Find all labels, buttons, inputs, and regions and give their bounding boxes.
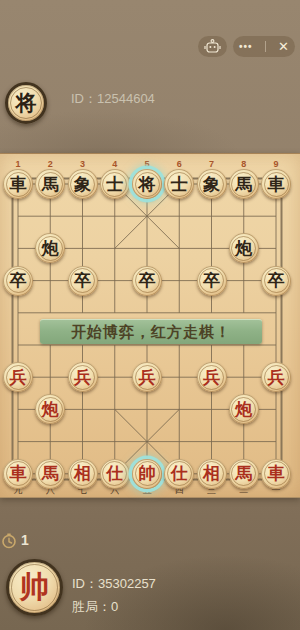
red-piece-相[interactable]: 相 (197, 459, 227, 489)
red-piece-炮[interactable]: 炮 (35, 394, 65, 424)
piece-character: 将 (139, 176, 156, 193)
piece-character: 士 (171, 176, 188, 193)
black-piece-卒[interactable]: 卒 (68, 266, 98, 296)
piece-character: 馬 (42, 176, 59, 193)
opponent-avatar-piece: 将 (16, 89, 37, 117)
piece-character: 卒 (10, 272, 27, 289)
piece-character: 炮 (235, 401, 252, 418)
piece-character: 馬 (235, 176, 252, 193)
piece-character: 馬 (42, 465, 59, 482)
piece-character: 象 (203, 176, 220, 193)
black-piece-卒[interactable]: 卒 (3, 266, 33, 296)
piece-character: 車 (268, 465, 285, 482)
opponent-avatar: 将 (5, 82, 47, 124)
piece-character: 兵 (268, 369, 285, 386)
red-piece-兵[interactable]: 兵 (132, 362, 162, 392)
piece-character: 車 (10, 465, 27, 482)
turn-banner: 开始博弈，红方走棋！ (40, 319, 262, 344)
timer-value: 1 (21, 532, 29, 548)
piece-character: 炮 (42, 240, 59, 257)
black-piece-卒[interactable]: 卒 (261, 266, 291, 296)
robot-button[interactable] (198, 36, 227, 57)
piece-character: 帥 (139, 465, 156, 482)
player-avatar-piece: 帅 (20, 567, 50, 608)
red-piece-兵[interactable]: 兵 (68, 362, 98, 392)
piece-character: 車 (10, 176, 27, 193)
piece-character: 卒 (203, 272, 220, 289)
black-piece-車[interactable]: 車 (3, 169, 33, 199)
capsule-menu: ••• ✕ (233, 36, 295, 57)
xiangqi-board[interactable]: 123456789 九八七六五四三二一 車馬象士将士象馬車炮炮卒卒卒卒卒兵兵兵兵… (0, 153, 300, 498)
piece-character: 馬 (235, 465, 252, 482)
piece-character: 相 (203, 465, 220, 482)
piece-character: 兵 (203, 369, 220, 386)
piece-character: 士 (106, 176, 123, 193)
red-piece-炮[interactable]: 炮 (229, 394, 259, 424)
red-piece-相[interactable]: 相 (68, 459, 98, 489)
piece-character: 卒 (268, 272, 285, 289)
red-piece-車[interactable]: 車 (261, 459, 291, 489)
black-piece-馬[interactable]: 馬 (229, 169, 259, 199)
piece-character: 炮 (42, 401, 59, 418)
piece-character: 兵 (139, 369, 156, 386)
piece-character: 卒 (139, 272, 156, 289)
black-piece-卒[interactable]: 卒 (132, 266, 162, 296)
red-piece-兵[interactable]: 兵 (197, 362, 227, 392)
more-button[interactable]: ••• (239, 36, 253, 57)
piece-character: 兵 (74, 369, 91, 386)
black-piece-象[interactable]: 象 (197, 169, 227, 199)
piece-character: 相 (74, 465, 91, 482)
opponent-id: ID：12544604 (71, 90, 155, 108)
clock-icon (1, 533, 17, 549)
black-piece-卒[interactable]: 卒 (197, 266, 227, 296)
piece-character: 兵 (10, 369, 27, 386)
piece-character: 卒 (74, 272, 91, 289)
black-piece-馬[interactable]: 馬 (35, 169, 65, 199)
turn-banner-text: 开始博弈，红方走棋！ (71, 323, 231, 342)
black-piece-炮[interactable]: 炮 (35, 233, 65, 263)
selected-black-piece-将[interactable]: 将 (132, 169, 162, 199)
black-piece-士[interactable]: 士 (164, 169, 194, 199)
black-piece-車[interactable]: 車 (261, 169, 291, 199)
piece-character: 炮 (235, 240, 252, 257)
red-piece-車[interactable]: 車 (3, 459, 33, 489)
red-piece-馬[interactable]: 馬 (229, 459, 259, 489)
black-piece-炮[interactable]: 炮 (229, 233, 259, 263)
timer (1, 533, 17, 549)
red-piece-仕[interactable]: 仕 (164, 459, 194, 489)
black-piece-象[interactable]: 象 (68, 169, 98, 199)
red-piece-兵[interactable]: 兵 (3, 362, 33, 392)
red-piece-兵[interactable]: 兵 (261, 362, 291, 392)
robot-icon (204, 39, 221, 54)
black-piece-士[interactable]: 士 (100, 169, 130, 199)
piece-character: 象 (74, 176, 91, 193)
xiangqi-app: ••• ✕ 将 ID：12544604 123456789 九八七六五四三二一 … (0, 0, 300, 630)
capsule-divider (265, 41, 266, 52)
selected-red-piece-帥[interactable]: 帥 (132, 459, 162, 489)
piece-character: 車 (268, 176, 285, 193)
piece-character: 仕 (106, 465, 123, 482)
player-wins: 胜局：0 (72, 598, 118, 616)
red-piece-馬[interactable]: 馬 (35, 459, 65, 489)
piece-character: 仕 (171, 465, 188, 482)
close-button[interactable]: ✕ (278, 36, 289, 57)
player-id: ID：35302257 (72, 575, 156, 593)
player-avatar: 帅 (6, 559, 63, 616)
red-piece-仕[interactable]: 仕 (100, 459, 130, 489)
